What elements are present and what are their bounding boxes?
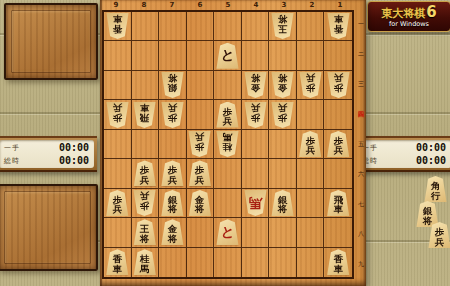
piece-kanji: 兵: [195, 176, 204, 186]
clock-face: 一手 00:00 総時 00:00: [357, 140, 450, 168]
board-square-2f[interactable]: [297, 159, 325, 188]
board-square-2e[interactable]: 歩兵: [297, 130, 325, 159]
piece-kanji: 兵: [333, 146, 342, 156]
board-square-3h[interactable]: [269, 218, 297, 247]
sente-clock-panel: 一手 00:00 総時 00:00: [354, 136, 450, 172]
piece-kanji: 金: [250, 83, 259, 93]
board-square-4a[interactable]: [242, 12, 270, 41]
piece-kanji: 将: [278, 14, 287, 24]
gote-piece-香車[interactable]: 香車: [327, 13, 350, 39]
piece-kanji: 車: [113, 265, 122, 275]
piece-kanji: 金: [278, 83, 287, 93]
board-grid[interactable]: 香車玉将香車と銀将金将金将歩兵歩兵歩兵飛車歩兵歩兵歩兵歩兵歩兵桂馬歩兵歩兵歩兵歩…: [102, 10, 354, 279]
file-label: 4: [242, 0, 270, 10]
board-square-1h[interactable]: [324, 218, 352, 247]
board-square-2a[interactable]: [297, 12, 325, 41]
board-square-7g[interactable]: 銀将: [159, 189, 187, 218]
board-square-1d[interactable]: [324, 100, 352, 129]
piece-kanji: 兵: [333, 73, 342, 83]
board-square-8f[interactable]: 歩兵: [132, 159, 160, 188]
piece-kanji: 兵: [113, 205, 122, 215]
rank-label: 一: [356, 10, 366, 40]
piece-kanji: 将: [168, 205, 177, 215]
board-square-9a[interactable]: 香車: [104, 12, 132, 41]
board-square-5e[interactable]: 桂馬: [214, 130, 242, 159]
board-square-9g[interactable]: 歩兵: [104, 189, 132, 218]
piece-kanji: 兵: [168, 103, 177, 113]
file-label: 7: [158, 0, 186, 10]
board-square-3c[interactable]: 金将: [269, 71, 297, 100]
gote-piece-tray: [4, 3, 98, 80]
piece-kanji: 歩: [140, 200, 149, 210]
board-square-6f[interactable]: 歩兵: [187, 159, 215, 188]
board-square-8g[interactable]: 歩兵: [132, 189, 160, 218]
board-square-6b[interactable]: [187, 41, 215, 70]
board-square-4c[interactable]: 金将: [242, 71, 270, 100]
sente-piece-銀将[interactable]: 銀将: [271, 190, 294, 216]
rank-label: 九: [356, 249, 366, 279]
file-labels: 987654321: [102, 0, 354, 10]
file-label: 8: [130, 0, 158, 10]
file-label: 3: [270, 0, 298, 10]
board-square-7b[interactable]: [159, 41, 187, 70]
piece-kanji: 車: [333, 205, 342, 215]
gote-piece-銀将[interactable]: 銀将: [161, 72, 184, 98]
board-square-9d[interactable]: 歩兵: [104, 100, 132, 129]
logo-title: 東大将棋: [381, 8, 425, 19]
file-label: 2: [298, 0, 326, 10]
board-square-6i[interactable]: [187, 248, 215, 277]
board-square-8i[interactable]: 桂馬: [132, 248, 160, 277]
board-square-2i[interactable]: [297, 248, 325, 277]
piece-kanji: 兵: [223, 117, 232, 127]
board-square-1e[interactable]: 歩兵: [324, 130, 352, 159]
board-square-5a[interactable]: [214, 12, 242, 41]
board-square-4b[interactable]: [242, 41, 270, 70]
sente-piece-王将[interactable]: 王将: [133, 219, 156, 245]
piece-kanji: 将: [140, 235, 149, 245]
board-square-3f[interactable]: [269, 159, 297, 188]
board-square-8e[interactable]: [132, 130, 160, 159]
board-square-5h[interactable]: と: [214, 218, 242, 247]
captured-piece-角行[interactable]: 角行: [424, 176, 447, 202]
gote-piece-金将[interactable]: 金将: [244, 72, 267, 98]
board-square-1a[interactable]: 香車: [324, 12, 352, 41]
piece-kanji: 将: [168, 73, 177, 83]
piece-kanji: 兵: [140, 191, 149, 201]
board-square-5f[interactable]: [214, 159, 242, 188]
board-square-4i[interactable]: [242, 248, 270, 277]
piece-kanji: 歩: [195, 141, 204, 151]
piece-kanji: 車: [140, 103, 149, 113]
sente-piece-香車[interactable]: 香車: [106, 249, 129, 275]
sente-piece-金将[interactable]: 金将: [188, 190, 211, 216]
rank-label: 三: [356, 70, 366, 100]
piece-kanji: 歩: [333, 83, 342, 93]
board-square-7c[interactable]: 銀将: [159, 71, 187, 100]
board-square-8d[interactable]: 飛車: [132, 100, 160, 129]
captured-piece-歩兵[interactable]: 歩兵: [428, 222, 450, 248]
piece-kanji: 兵: [250, 103, 259, 113]
board-square-9h[interactable]: [104, 218, 132, 247]
board-square-2d[interactable]: [297, 100, 325, 129]
gote-piece-歩兵[interactable]: 歩兵: [161, 102, 184, 128]
piece-kanji: 馬: [223, 132, 232, 142]
rank-label: 四: [356, 100, 366, 130]
piece-kanji: 兵: [435, 238, 444, 248]
piece-kanji: 馬: [140, 265, 149, 275]
piece-kanji: 車: [113, 14, 122, 24]
board-square-3a[interactable]: 玉将: [269, 12, 297, 41]
board-square-2h[interactable]: [297, 218, 325, 247]
sente-piece-と[interactable]: と: [216, 43, 239, 69]
shogi-board: 987654321 香車玉将香車と銀将金将金将歩兵歩兵歩兵飛車歩兵歩兵歩兵歩兵歩…: [100, 0, 366, 286]
file-label: 6: [186, 0, 214, 10]
gote-piece-歩兵[interactable]: 歩兵: [133, 190, 156, 216]
gote-clock-panel: 一手 00:00 総時 00:00: [0, 136, 97, 172]
sente-piece-桂馬[interactable]: 桂馬: [133, 249, 156, 275]
total-time-value: 00:00: [59, 155, 89, 166]
file-label: 1: [326, 0, 354, 10]
gote-piece-桂馬[interactable]: 桂馬: [216, 131, 239, 157]
board-square-7h[interactable]: 金将: [159, 218, 187, 247]
board-square-9f[interactable]: [104, 159, 132, 188]
board-square-6a[interactable]: [187, 12, 215, 41]
sente-piece-角行[interactable]: 角行: [424, 176, 447, 202]
board-square-6e[interactable]: 歩兵: [187, 130, 215, 159]
board-square-4h[interactable]: [242, 218, 270, 247]
board-square-1g[interactable]: 飛車: [324, 189, 352, 218]
piece-kanji: 兵: [305, 73, 314, 83]
rank-label: 五: [356, 130, 366, 160]
total-time-label: 総時: [4, 156, 20, 166]
piece-kanji: 兵: [168, 176, 177, 186]
app-window: 一手 00:00 総時 00:00 一手 00:00 総時 00:00 東大将棋…: [0, 0, 450, 286]
gote-piece-飛車[interactable]: 飛車: [133, 102, 156, 128]
sente-piece-金将[interactable]: 金将: [161, 219, 184, 245]
gote-piece-歩兵[interactable]: 歩兵: [299, 72, 322, 98]
sente-piece-香車[interactable]: 香車: [327, 249, 350, 275]
piece-kanji: 将: [195, 205, 204, 215]
file-label: 5: [214, 0, 242, 10]
rank-label: 八: [356, 219, 366, 249]
gote-piece-香車[interactable]: 香車: [106, 13, 129, 39]
board-square-5i[interactable]: [214, 248, 242, 277]
rank-label: 二: [356, 40, 366, 70]
board-square-7a[interactable]: [159, 12, 187, 41]
board-square-3i[interactable]: [269, 248, 297, 277]
app-logo: 東大将棋 6 for Windows: [367, 1, 450, 32]
board-square-2b[interactable]: [297, 41, 325, 70]
gote-piece-馬[interactable]: 馬: [244, 190, 267, 216]
sente-piece-歩兵[interactable]: 歩兵: [299, 131, 322, 157]
board-square-2c[interactable]: 歩兵: [297, 71, 325, 100]
board-square-9b[interactable]: [104, 41, 132, 70]
piece-kanji: 香: [113, 24, 122, 34]
piece-kanji: 将: [278, 205, 287, 215]
piece-kanji: 歩: [305, 83, 314, 93]
lower-left-piece-tray: [0, 184, 98, 271]
piece-kanji: と: [220, 48, 234, 62]
sente-piece-歩兵[interactable]: 歩兵: [161, 160, 184, 186]
move-time-value: 00:00: [416, 142, 446, 153]
sente-piece-歩兵[interactable]: 歩兵: [216, 102, 239, 128]
board-square-5b[interactable]: と: [214, 41, 242, 70]
board-square-1c[interactable]: 歩兵: [324, 71, 352, 100]
piece-kanji: 香: [333, 24, 342, 34]
board-square-5g[interactable]: [214, 189, 242, 218]
gote-piece-歩兵[interactable]: 歩兵: [106, 102, 129, 128]
board-square-4d[interactable]: 歩兵: [242, 100, 270, 129]
board-square-3d[interactable]: 歩兵: [269, 100, 297, 129]
sente-piece-歩兵[interactable]: 歩兵: [106, 190, 129, 216]
board-square-6d[interactable]: [187, 100, 215, 129]
board-square-3b[interactable]: [269, 41, 297, 70]
piece-kanji: 銀: [168, 83, 177, 93]
rank-label: 六: [356, 159, 366, 189]
gote-piece-歩兵[interactable]: 歩兵: [244, 102, 267, 128]
board-square-1b[interactable]: [324, 41, 352, 70]
board-square-6g[interactable]: 金将: [187, 189, 215, 218]
gote-piece-歩兵[interactable]: 歩兵: [188, 131, 211, 157]
piece-kanji: 兵: [278, 103, 287, 113]
sente-piece-歩兵[interactable]: 歩兵: [428, 222, 450, 248]
gote-piece-歩兵[interactable]: 歩兵: [271, 102, 294, 128]
piece-kanji: 兵: [195, 132, 204, 142]
board-square-7i[interactable]: [159, 248, 187, 277]
board-square-6c[interactable]: [187, 71, 215, 100]
sente-piece-歩兵[interactable]: 歩兵: [188, 160, 211, 186]
board-square-9c[interactable]: [104, 71, 132, 100]
sente-piece-飛車[interactable]: 飛車: [327, 190, 350, 216]
file-label: 9: [102, 0, 130, 10]
board-square-6h[interactable]: [187, 218, 215, 247]
board-square-1f[interactable]: [324, 159, 352, 188]
piece-kanji: 兵: [113, 103, 122, 113]
piece-kanji: 兵: [305, 146, 314, 156]
board-square-7d[interactable]: 歩兵: [159, 100, 187, 129]
gote-piece-玉将[interactable]: 玉将: [271, 13, 294, 39]
board-square-3g[interactable]: 銀将: [269, 189, 297, 218]
board-square-8b[interactable]: [132, 41, 160, 70]
piece-kanji: 車: [333, 265, 342, 275]
piece-kanji: 兵: [140, 176, 149, 186]
board-square-3e[interactable]: [269, 130, 297, 159]
sente-piece-歩兵[interactable]: 歩兵: [133, 160, 156, 186]
board-square-5d[interactable]: 歩兵: [214, 100, 242, 129]
piece-kanji: 行: [431, 192, 440, 202]
sente-piece-歩兵[interactable]: 歩兵: [327, 131, 350, 157]
piece-kanji: 車: [333, 14, 342, 24]
board-square-5c[interactable]: [214, 71, 242, 100]
board-square-9e[interactable]: [104, 130, 132, 159]
gote-piece-歩兵[interactable]: 歩兵: [327, 72, 350, 98]
board-square-2g[interactable]: [297, 189, 325, 218]
board-square-7e[interactable]: [159, 130, 187, 159]
move-time-value: 00:00: [59, 142, 89, 153]
clock-face: 一手 00:00 総時 00:00: [0, 140, 94, 168]
sente-piece-銀将[interactable]: 銀将: [161, 190, 184, 216]
board-square-9i[interactable]: 香車: [104, 248, 132, 277]
board-square-4g[interactable]: 馬: [242, 189, 270, 218]
piece-kanji: 将: [250, 73, 259, 83]
piece-kanji: 将: [278, 73, 287, 83]
board-square-8a[interactable]: [132, 12, 160, 41]
board-square-8h[interactable]: 王将: [132, 218, 160, 247]
board-square-4e[interactable]: [242, 130, 270, 159]
board-square-8c[interactable]: [132, 71, 160, 100]
piece-kanji: 桂: [223, 141, 232, 151]
board-square-4f[interactable]: [242, 159, 270, 188]
gote-piece-金将[interactable]: 金将: [271, 72, 294, 98]
board-square-1i[interactable]: 香車: [324, 248, 352, 277]
rank-label: 七: [356, 189, 366, 219]
piece-kanji: と: [220, 225, 234, 239]
piece-kanji: 玉: [278, 24, 287, 34]
move-time-label: 一手: [4, 143, 20, 153]
total-time-value: 00:00: [416, 155, 446, 166]
board-square-7f[interactable]: 歩兵: [159, 159, 187, 188]
sente-piece-と[interactable]: と: [216, 219, 239, 245]
piece-kanji: 馬: [248, 196, 262, 210]
logo-version-number: 6: [426, 5, 436, 20]
logo-subtitle: for Windows: [389, 21, 429, 28]
rank-labels: 一二三四五六七八九: [356, 10, 366, 279]
piece-kanji: 将: [168, 235, 177, 245]
